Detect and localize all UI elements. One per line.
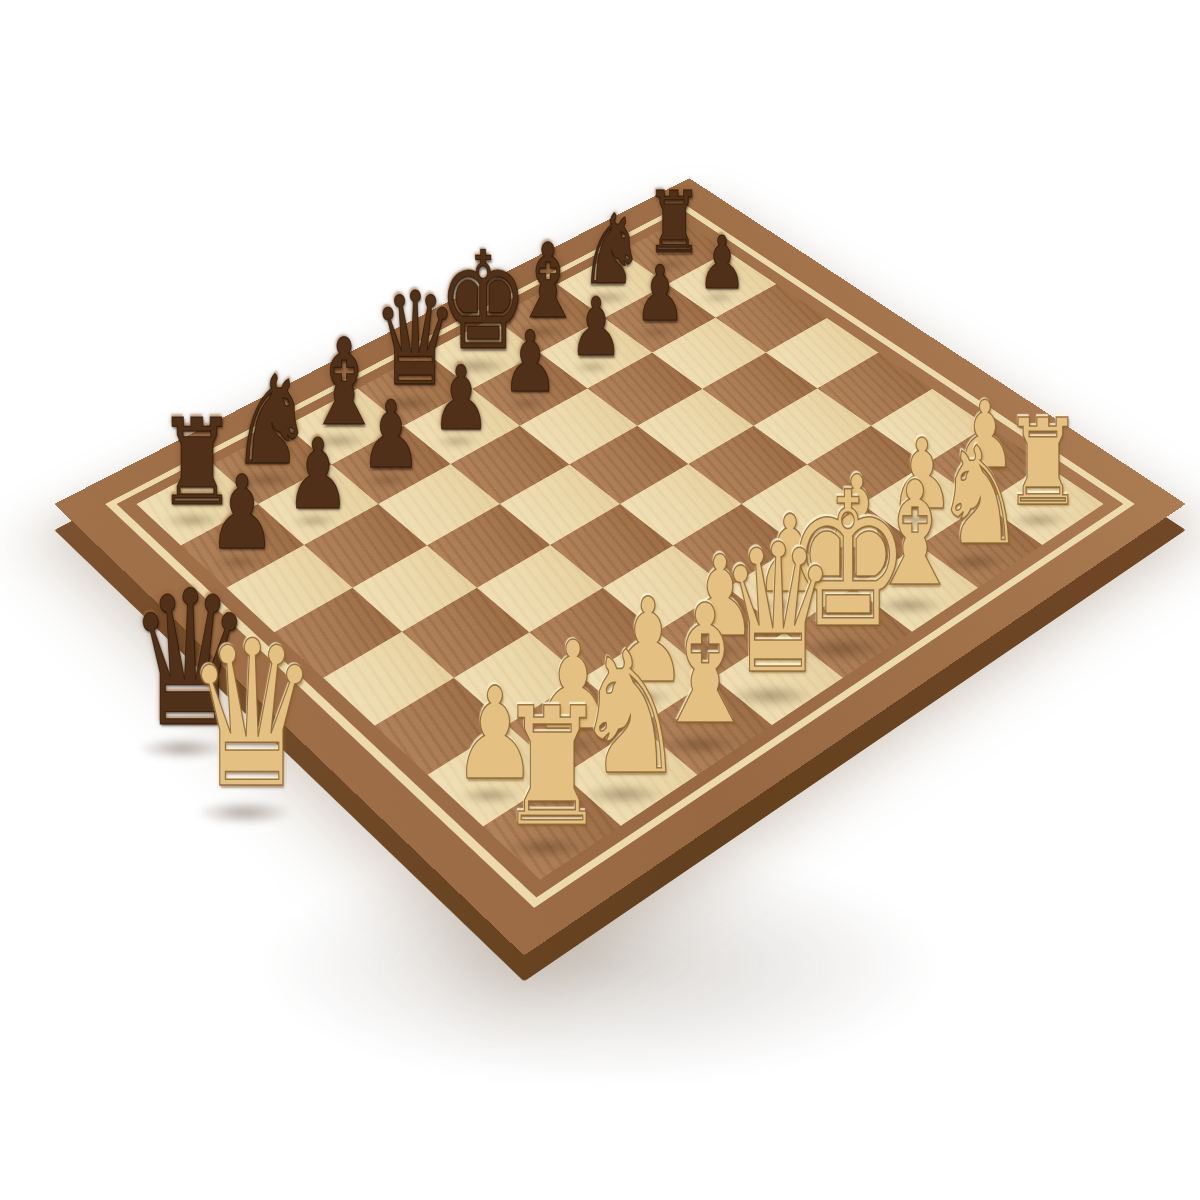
piece-black-pawn-c7[interactable]: ♟ [358,410,423,483]
chess-set-photo: ♜♞♝♛♚♝♞♜♟♟♟♟♟♟♟♟♟♟♟♟♟♟♟♟♜♞♝♛♚♝♞♜♛♛ [0,0,1200,1200]
black-pawn-glyph: ♟ [432,354,491,443]
black-pawn-glyph: ♟ [569,288,623,369]
black-pawn-glyph: ♟ [285,425,350,522]
piece-black-pawn-g7[interactable]: ♟ [633,274,687,334]
pieces-layer: ♜♞♝♛♚♝♞♜♟♟♟♟♟♟♟♟♟♟♟♟♟♟♟♟♜♞♝♛♚♝♞♜♛♛ [0,0,1200,1200]
black-pawn-glyph: ♟ [697,226,745,299]
white-rook-glyph: ♜ [497,687,606,850]
black-pawn-glyph: ♟ [360,389,422,482]
black-pawn-glyph: ♟ [634,257,685,334]
piece-black-pawn-b7[interactable]: ♟ [284,446,352,522]
black-pawn-glyph: ♟ [501,321,557,406]
piece-white-rook-a1[interactable]: ♜ [494,723,608,851]
piece-black-pawn-e7[interactable]: ♟ [500,339,559,405]
piece-black-pawn-f7[interactable]: ♟ [567,306,623,369]
extra-light-queen[interactable]: ♛ [181,658,323,816]
piece-black-pawn-d7[interactable]: ♟ [430,374,492,443]
white-queen-glyph: ♛ [185,614,320,816]
piece-black-pawn-h7[interactable]: ♟ [696,242,747,299]
